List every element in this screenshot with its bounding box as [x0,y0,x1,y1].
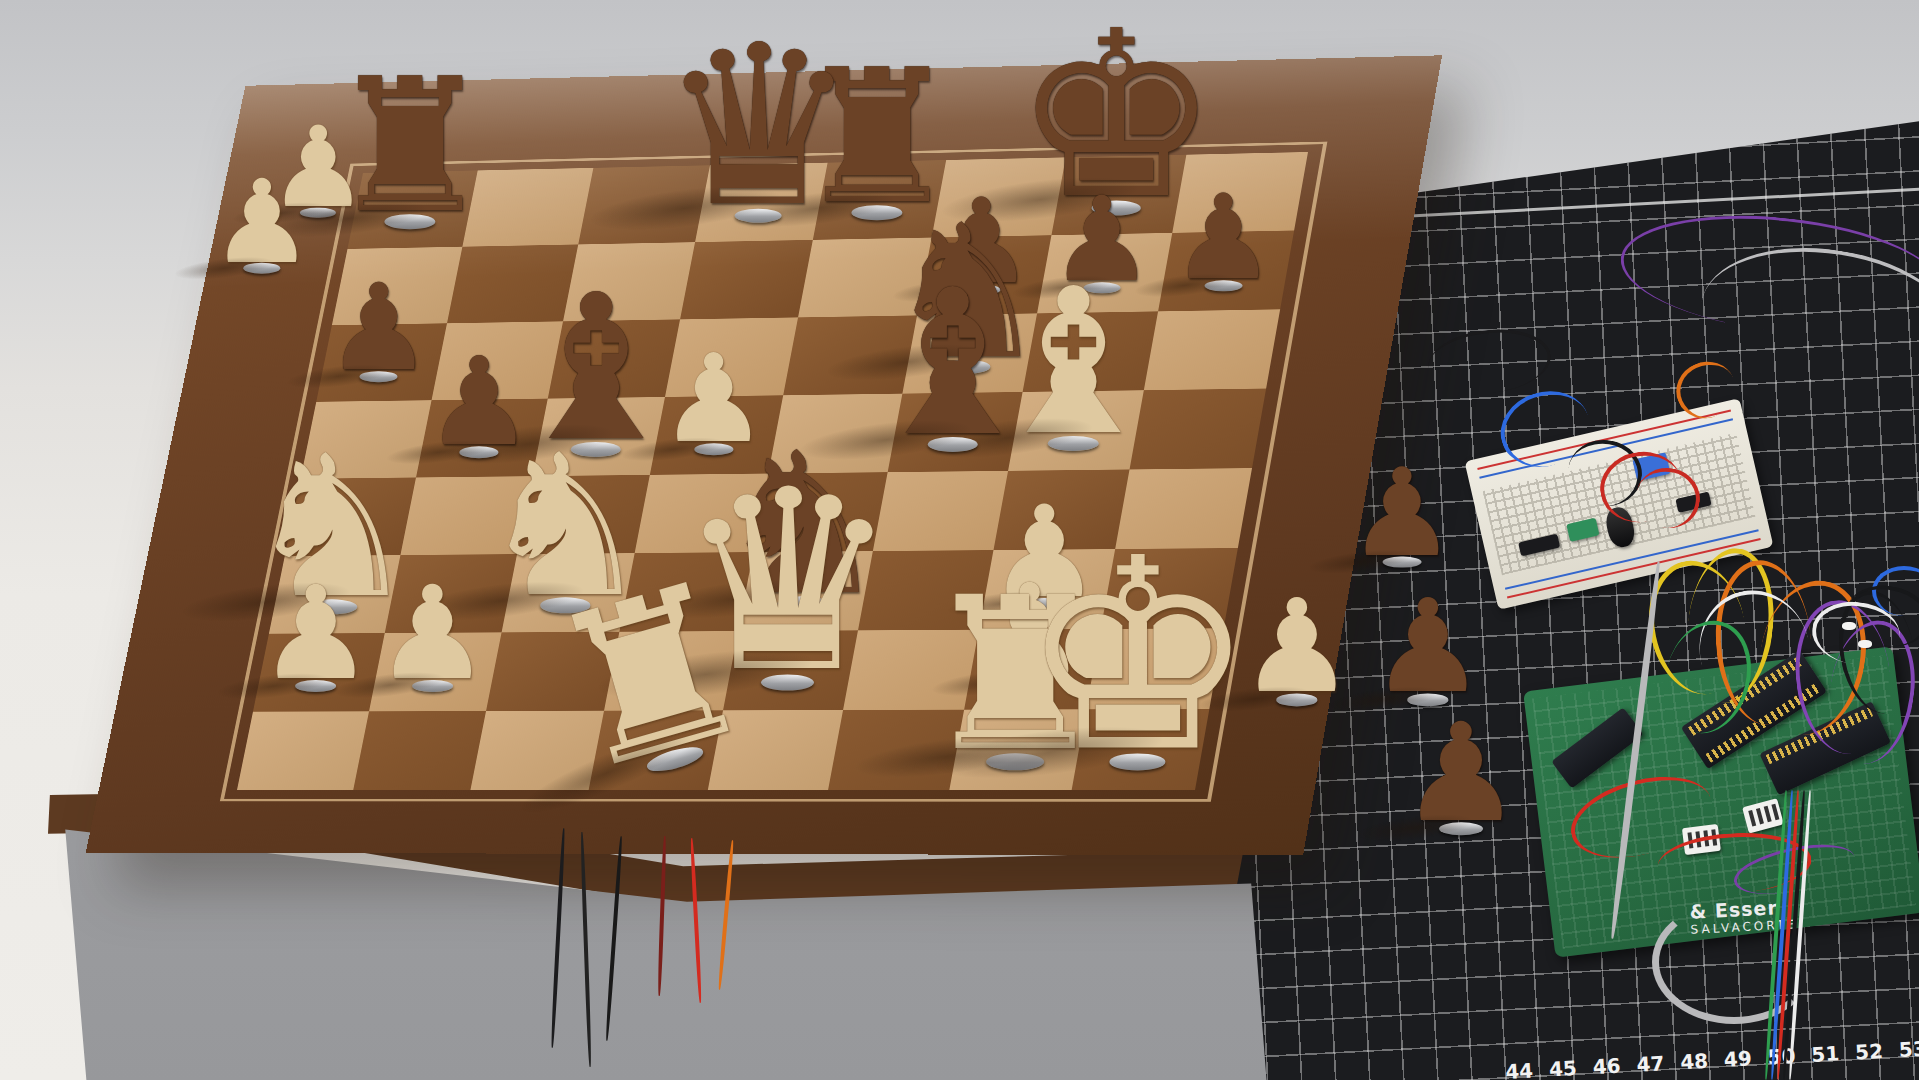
piece-glyph: ♟ [1171,192,1276,283]
white-pawn-captured-frame-top-left-1[interactable]: ♟ [210,177,313,274]
aluminium-base-ring [1408,694,1449,706]
black-queen-d8[interactable]: ♛ [659,40,858,222]
aluminium-base-ring [295,680,336,692]
white-king-h1[interactable]: ♚ [1019,552,1256,770]
piece-glyph: ♚ [1019,552,1256,758]
piece-glyph: ♟ [1239,597,1354,697]
black-pawn-g7[interactable]: ♟ [1050,195,1155,294]
piece-glyph: ♟ [1050,195,1155,286]
aluminium-base-ring [1277,694,1318,706]
hanging-black-wire-1 [550,828,566,1048]
aluminium-base-ring [927,437,977,452]
piece-glyph: ♟ [1370,597,1485,697]
piece-glyph: ♚ [1013,26,1220,206]
hanging-red-wire [690,838,703,1003]
piece-glyph: ♟ [1348,466,1457,561]
black-pawn-h7[interactable]: ♟ [1171,192,1276,291]
hanging-black-wire-2 [580,832,592,1067]
piece-glyph: ♟ [375,583,491,684]
piece-glyph: ♞ [244,452,419,605]
wire-clip-1 [1842,622,1856,630]
wire-clip-2 [1858,640,1872,648]
hanging-maroon-wire [657,836,667,996]
hanging-orange-wire [717,840,734,990]
white-pawn-b2[interactable]: ♟ [375,583,491,692]
white-connector-2 [1742,799,1784,834]
piece-glyph: ♞ [478,450,653,603]
aluminium-base-ring [385,214,435,229]
piece-glyph: ♟ [1400,720,1522,826]
black-pawn-a6[interactable]: ♟ [325,282,432,383]
aluminium-base-ring [1383,556,1422,568]
aluminium-base-ring [360,371,398,382]
aluminium-base-ring [1205,280,1242,291]
black-king-g8[interactable]: ♚ [1013,26,1220,216]
scene: & Esser SALVACORTE 44 45 46 47 48 49 50 … [0,0,1919,1080]
square-b1[interactable] [353,711,486,790]
piece-glyph: ♜ [327,76,492,220]
piece-glyph: ♛ [659,40,858,213]
black-pawn-b5[interactable]: ♟ [424,355,533,458]
hanging-black-wire-3 [605,836,623,1041]
piece-shadow [587,178,783,238]
piece-shadow [286,360,392,392]
black-rook-a8[interactable]: ♜ [327,76,492,230]
aluminium-base-ring [1048,436,1098,451]
piece-glyph: ♟ [258,584,374,685]
aluminium-base-ring [1110,753,1166,770]
square-a1[interactable] [237,711,369,790]
aluminium-base-ring [1439,822,1482,835]
piece-shadow [851,728,1038,785]
piece-shadow [514,721,698,826]
black-pawn-captured-frame-right-0[interactable]: ♟ [1348,466,1457,568]
aluminium-base-ring [852,205,902,220]
black-pawn-captured-frame-right-1[interactable]: ♟ [1370,597,1485,706]
aluminium-base-ring [412,680,453,692]
black-pawn-captured-frame-right-2[interactable]: ♟ [1400,720,1522,835]
piece-glyph: ♝ [862,285,1043,442]
white-pawn-a2[interactable]: ♟ [258,584,374,693]
aluminium-base-ring [244,263,281,274]
aluminium-base-ring [735,208,782,222]
piece-glyph: ♟ [325,282,432,375]
aluminium-base-ring [761,675,814,691]
white-knight-c3[interactable]: ♞ [478,450,653,613]
piece-shadow [173,253,275,284]
square-d7[interactable] [680,240,813,320]
white-pawn-captured-frame-right-front-0[interactable]: ♟ [1239,597,1354,706]
piece-shadow [216,668,330,703]
piece-glyph: ♟ [210,177,313,267]
black-bishop-f5[interactable]: ♝ [862,285,1043,452]
piece-glyph: ♟ [424,355,533,450]
aluminium-base-ring [645,742,705,775]
